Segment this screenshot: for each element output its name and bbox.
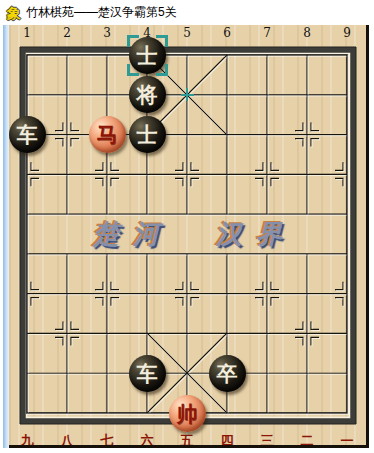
piece-black-chariot-bottom[interactable]: 车 (129, 355, 166, 392)
piece-black-general[interactable]: 将 (129, 76, 166, 113)
file-label-top-1: 1 (23, 27, 31, 39)
file-label-top-9: 9 (343, 27, 351, 39)
window-title: 竹林棋苑——楚汉争霸第5关 (26, 4, 177, 21)
piece-red-general[interactable]: 帅 (169, 395, 206, 432)
file-label-top-2: 2 (63, 27, 71, 39)
piece-black-advisor-low[interactable]: 士 (129, 116, 166, 153)
board: 楚河 汉界 123456789 九八七六五四三二一 士将车马士车卒帅 (9, 25, 366, 445)
window-left-edge (3, 25, 9, 448)
window-right-edge (366, 25, 369, 448)
app-elephant-icon: 象 (7, 6, 21, 20)
file-label-top-7: 7 (263, 27, 271, 39)
piece-black-advisor-top[interactable]: 士 (129, 37, 166, 74)
frame-inner-white-line (27, 54, 350, 418)
piece-black-chariot-left[interactable]: 车 (9, 116, 46, 153)
file-label-top-3: 3 (103, 27, 111, 39)
file-label-top-5: 5 (183, 27, 191, 39)
window-titlebar: 象 竹林棋苑——楚汉争霸第5关 (0, 0, 374, 25)
river-label-left: 楚河 (93, 217, 173, 252)
file-label-top-8: 8 (303, 27, 311, 39)
piece-red-horse[interactable]: 马 (89, 116, 126, 153)
river-label-right: 汉界 (216, 217, 296, 252)
file-label-top-6: 6 (223, 27, 231, 39)
piece-black-soldier[interactable]: 卒 (209, 355, 246, 392)
window-bottom-edge (9, 445, 366, 448)
board-grid (9, 25, 366, 445)
board-frame (20, 47, 356, 424)
